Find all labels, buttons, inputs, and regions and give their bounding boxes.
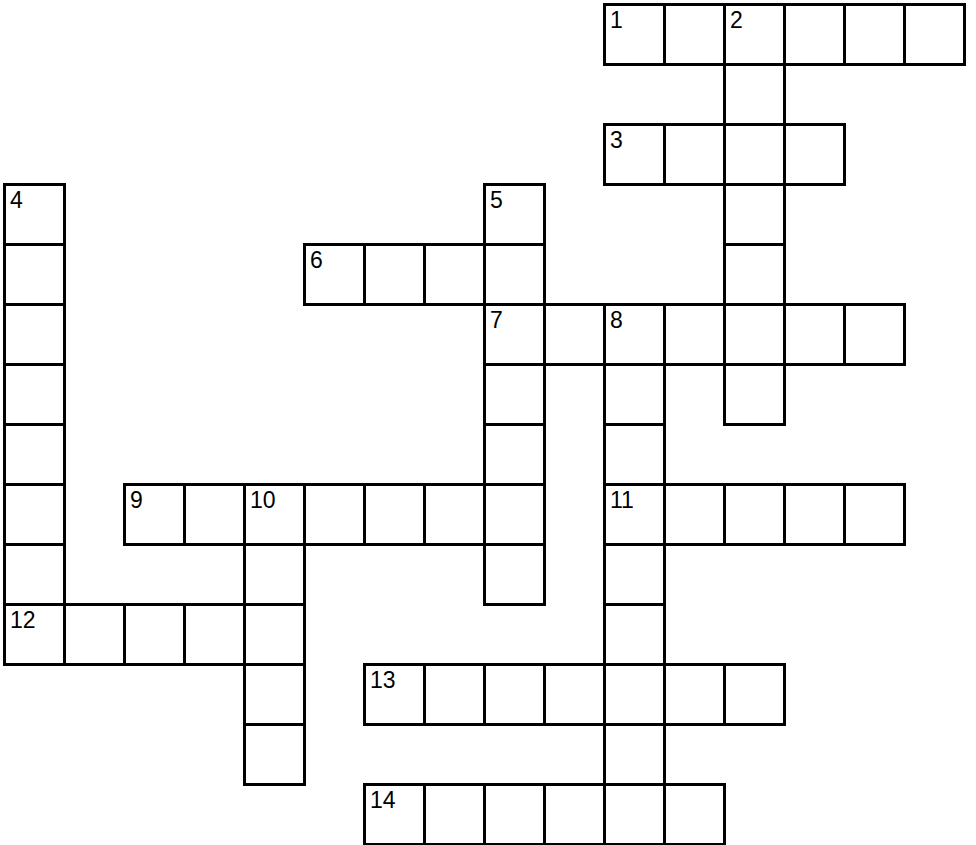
grid-cell[interactable]	[723, 663, 786, 726]
grid-cell[interactable]	[783, 3, 846, 66]
grid-cell[interactable]	[3, 243, 66, 306]
grid-cell[interactable]	[543, 663, 606, 726]
grid-cell[interactable]	[603, 723, 666, 786]
clue-number: 4	[6, 186, 63, 212]
grid-cell[interactable]	[123, 603, 186, 666]
grid-cell[interactable]	[543, 303, 606, 366]
grid-cell[interactable]: 10	[243, 483, 306, 546]
grid-cell[interactable]	[363, 243, 426, 306]
clue-number: 8	[606, 306, 663, 332]
grid-cell[interactable]	[603, 543, 666, 606]
grid-cell[interactable]	[243, 723, 306, 786]
grid-cell[interactable]	[3, 423, 66, 486]
grid-cell[interactable]	[783, 303, 846, 366]
clue-number: 7	[486, 306, 543, 332]
grid-cell[interactable]	[723, 243, 786, 306]
grid-cell[interactable]: 5	[483, 183, 546, 246]
grid-cell[interactable]	[243, 543, 306, 606]
grid-cell[interactable]: 6	[303, 243, 366, 306]
crossword-page: 1234567891011121314	[0, 0, 976, 845]
grid-cell[interactable]	[603, 363, 666, 426]
clue-number: 5	[486, 186, 543, 212]
grid-cell[interactable]	[603, 423, 666, 486]
grid-cell[interactable]	[603, 663, 666, 726]
grid-cell[interactable]: 11	[603, 483, 666, 546]
grid-cell[interactable]	[723, 63, 786, 126]
grid-cell[interactable]	[723, 123, 786, 186]
grid-cell[interactable]	[723, 363, 786, 426]
grid-cell[interactable]	[663, 783, 726, 845]
grid-cell[interactable]	[483, 363, 546, 426]
grid-cell[interactable]: 4	[3, 183, 66, 246]
grid-cell[interactable]	[783, 483, 846, 546]
grid-cell[interactable]	[243, 663, 306, 726]
grid-cell[interactable]	[3, 303, 66, 366]
grid-cell[interactable]	[723, 483, 786, 546]
grid-cell[interactable]	[183, 603, 246, 666]
grid-cell[interactable]: 13	[363, 663, 426, 726]
grid-cell[interactable]	[3, 363, 66, 426]
clue-number: 12	[6, 606, 63, 632]
grid-cell[interactable]: 14	[363, 783, 426, 845]
grid-cell[interactable]	[843, 483, 906, 546]
grid-cell[interactable]	[603, 783, 666, 845]
crossword-board: 1234567891011121314	[0, 0, 976, 845]
grid-cell[interactable]	[483, 243, 546, 306]
grid-cell[interactable]	[363, 483, 426, 546]
grid-cell[interactable]	[843, 3, 906, 66]
grid-cell[interactable]	[483, 483, 546, 546]
grid-cell[interactable]: 12	[3, 603, 66, 666]
clue-number: 11	[606, 486, 663, 512]
grid-cell[interactable]	[3, 543, 66, 606]
grid-cell[interactable]	[663, 123, 726, 186]
grid-cell[interactable]: 7	[483, 303, 546, 366]
grid-cell[interactable]	[483, 783, 546, 845]
clue-number: 6	[306, 246, 363, 272]
grid-cell[interactable]	[663, 663, 726, 726]
clue-number: 14	[366, 786, 423, 812]
grid-cell[interactable]	[63, 603, 126, 666]
grid-cell[interactable]	[663, 303, 726, 366]
grid-cell[interactable]	[543, 783, 606, 845]
grid-cell[interactable]	[483, 663, 546, 726]
clue-number: 2	[726, 6, 783, 32]
grid-cell[interactable]: 8	[603, 303, 666, 366]
clue-number: 1	[606, 6, 663, 32]
clue-number: 13	[366, 666, 423, 692]
grid-cell[interactable]: 9	[123, 483, 186, 546]
grid-cell[interactable]	[243, 603, 306, 666]
grid-cell[interactable]: 3	[603, 123, 666, 186]
grid-cell[interactable]	[663, 483, 726, 546]
grid-cell[interactable]	[423, 663, 486, 726]
grid-cell[interactable]	[483, 543, 546, 606]
clue-number: 3	[606, 126, 663, 152]
grid-cell[interactable]	[303, 483, 366, 546]
grid-cell[interactable]	[783, 123, 846, 186]
grid-cell[interactable]	[183, 483, 246, 546]
grid-cell[interactable]	[483, 423, 546, 486]
clue-number: 10	[246, 486, 303, 512]
grid-cell[interactable]	[423, 483, 486, 546]
grid-cell[interactable]: 2	[723, 3, 786, 66]
grid-cell[interactable]	[843, 303, 906, 366]
grid-cell[interactable]	[3, 483, 66, 546]
grid-cell[interactable]	[903, 3, 966, 66]
grid-cell[interactable]	[723, 303, 786, 366]
grid-cell[interactable]	[603, 603, 666, 666]
grid-cell[interactable]	[423, 243, 486, 306]
grid-cell[interactable]	[423, 783, 486, 845]
grid-cell[interactable]: 1	[603, 3, 666, 66]
grid-cell[interactable]	[663, 3, 726, 66]
clue-number: 9	[126, 486, 183, 512]
grid-cell[interactable]	[723, 183, 786, 246]
